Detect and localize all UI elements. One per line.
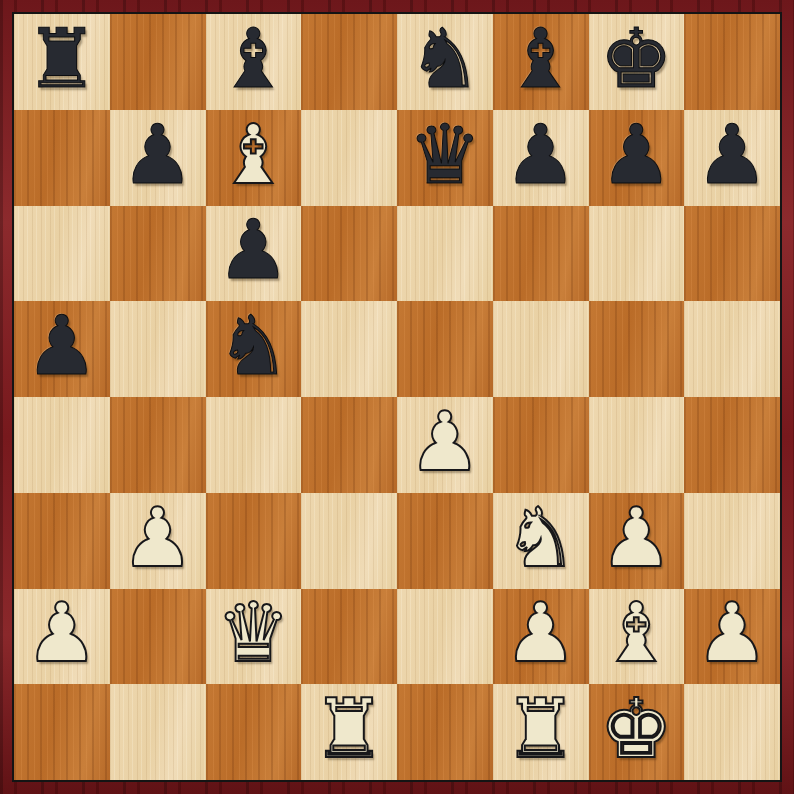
black-pawn[interactable]: ♟ — [600, 114, 674, 196]
white-bishop[interactable]: ♝ — [600, 592, 674, 674]
white-pawn[interactable]: ♟ — [408, 401, 482, 483]
white-king[interactable]: ♚ — [600, 688, 674, 770]
square-a7[interactable] — [14, 110, 110, 206]
square-e8[interactable]: ♞ — [397, 14, 493, 110]
square-g8[interactable]: ♚ — [589, 14, 685, 110]
square-h7[interactable]: ♟ — [684, 110, 780, 206]
square-f1[interactable]: ♜ — [493, 684, 589, 780]
chess-board: ♜♝♞♝♚♟♝♛♟♟♟♟♟♞♟♟♞♟♟♛♟♝♟♜♜♚ — [12, 12, 782, 782]
white-pawn[interactable]: ♟ — [121, 497, 195, 579]
square-b2[interactable] — [110, 589, 206, 685]
square-h8[interactable] — [684, 14, 780, 110]
square-a1[interactable] — [14, 684, 110, 780]
white-pawn[interactable]: ♟ — [504, 592, 578, 674]
square-d3[interactable] — [301, 493, 397, 589]
square-b7[interactable]: ♟ — [110, 110, 206, 206]
square-e5[interactable] — [397, 301, 493, 397]
square-a5[interactable]: ♟ — [14, 301, 110, 397]
square-c1[interactable] — [206, 684, 302, 780]
black-rook[interactable]: ♜ — [25, 18, 99, 100]
square-h5[interactable] — [684, 301, 780, 397]
black-bishop[interactable]: ♝ — [504, 18, 578, 100]
white-rook[interactable]: ♜ — [312, 688, 386, 770]
square-d8[interactable] — [301, 14, 397, 110]
square-f3[interactable]: ♞ — [493, 493, 589, 589]
square-b1[interactable] — [110, 684, 206, 780]
white-pawn[interactable]: ♟ — [695, 592, 769, 674]
square-h1[interactable] — [684, 684, 780, 780]
square-c6[interactable]: ♟ — [206, 206, 302, 302]
square-a2[interactable]: ♟ — [14, 589, 110, 685]
square-e6[interactable] — [397, 206, 493, 302]
square-f5[interactable] — [493, 301, 589, 397]
black-pawn[interactable]: ♟ — [25, 305, 99, 387]
black-knight[interactable]: ♞ — [217, 305, 291, 387]
white-knight[interactable]: ♞ — [504, 497, 578, 579]
black-pawn[interactable]: ♟ — [217, 209, 291, 291]
square-g1[interactable]: ♚ — [589, 684, 685, 780]
square-a4[interactable] — [14, 397, 110, 493]
square-h4[interactable] — [684, 397, 780, 493]
square-d4[interactable] — [301, 397, 397, 493]
white-bishop[interactable]: ♝ — [217, 114, 291, 196]
white-pawn[interactable]: ♟ — [25, 592, 99, 674]
square-e4[interactable]: ♟ — [397, 397, 493, 493]
white-queen[interactable]: ♛ — [217, 592, 291, 674]
square-g5[interactable] — [589, 301, 685, 397]
square-h6[interactable] — [684, 206, 780, 302]
square-c8[interactable]: ♝ — [206, 14, 302, 110]
square-g7[interactable]: ♟ — [589, 110, 685, 206]
square-h2[interactable]: ♟ — [684, 589, 780, 685]
square-b8[interactable] — [110, 14, 206, 110]
square-d7[interactable] — [301, 110, 397, 206]
white-rook[interactable]: ♜ — [504, 688, 578, 770]
square-e1[interactable] — [397, 684, 493, 780]
square-e2[interactable] — [397, 589, 493, 685]
square-c4[interactable] — [206, 397, 302, 493]
square-e3[interactable] — [397, 493, 493, 589]
black-pawn[interactable]: ♟ — [504, 114, 578, 196]
square-d6[interactable] — [301, 206, 397, 302]
square-g6[interactable] — [589, 206, 685, 302]
square-c5[interactable]: ♞ — [206, 301, 302, 397]
square-a3[interactable] — [14, 493, 110, 589]
black-queen[interactable]: ♛ — [408, 114, 482, 196]
square-b6[interactable] — [110, 206, 206, 302]
white-pawn[interactable]: ♟ — [600, 497, 674, 579]
square-a8[interactable]: ♜ — [14, 14, 110, 110]
square-d5[interactable] — [301, 301, 397, 397]
square-d1[interactable]: ♜ — [301, 684, 397, 780]
square-b3[interactable]: ♟ — [110, 493, 206, 589]
square-b5[interactable] — [110, 301, 206, 397]
black-knight[interactable]: ♞ — [408, 18, 482, 100]
square-f2[interactable]: ♟ — [493, 589, 589, 685]
square-e7[interactable]: ♛ — [397, 110, 493, 206]
square-f4[interactable] — [493, 397, 589, 493]
square-c2[interactable]: ♛ — [206, 589, 302, 685]
square-g3[interactable]: ♟ — [589, 493, 685, 589]
square-b4[interactable] — [110, 397, 206, 493]
square-d2[interactable] — [301, 589, 397, 685]
black-king[interactable]: ♚ — [600, 18, 674, 100]
square-f6[interactable] — [493, 206, 589, 302]
square-c7[interactable]: ♝ — [206, 110, 302, 206]
square-g4[interactable] — [589, 397, 685, 493]
black-pawn[interactable]: ♟ — [121, 114, 195, 196]
square-f7[interactable]: ♟ — [493, 110, 589, 206]
chess-board-frame: ♜♝♞♝♚♟♝♛♟♟♟♟♟♞♟♟♞♟♟♛♟♝♟♜♜♚ — [0, 0, 794, 794]
square-c3[interactable] — [206, 493, 302, 589]
square-f8[interactable]: ♝ — [493, 14, 589, 110]
square-g2[interactable]: ♝ — [589, 589, 685, 685]
black-bishop[interactable]: ♝ — [217, 18, 291, 100]
black-pawn[interactable]: ♟ — [695, 114, 769, 196]
square-a6[interactable] — [14, 206, 110, 302]
square-h3[interactable] — [684, 493, 780, 589]
